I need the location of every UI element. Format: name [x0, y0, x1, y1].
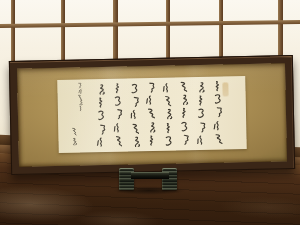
calligraphy-char: [114, 136, 124, 147]
calligraphy-char: [196, 135, 206, 147]
calligraphy-char: [213, 93, 222, 104]
calligraphy-char: [131, 96, 140, 107]
calligraphy-char: [197, 108, 207, 119]
calligraphy-char: [213, 120, 222, 131]
calligraphy-char: [97, 110, 106, 121]
calligraphy-char: [211, 80, 221, 92]
calligraphy-column: [97, 79, 109, 152]
calligraphy-column: [146, 78, 158, 151]
calligraphy-char: [96, 97, 106, 109]
frame-mat: [17, 63, 287, 167]
calligraphy-char: [146, 95, 155, 106]
calligraphy-char: [71, 137, 78, 146]
stand-crossbar: [131, 172, 169, 179]
calligraphy-column: [196, 77, 208, 150]
calligraphy-char: [182, 134, 191, 145]
calligraphy-column: [130, 78, 142, 151]
calligraphy-char: [165, 109, 174, 120]
calligraphy-char: [164, 136, 173, 147]
calligraphy-char: [197, 81, 206, 92]
calligraphy-char: [180, 81, 189, 92]
calligraphy-char: [195, 95, 204, 106]
dedication-column: [77, 79, 88, 113]
calligraphy-char: [113, 95, 123, 106]
calligraphy-char: [98, 123, 108, 135]
calligraphy-char: [162, 122, 172, 134]
calligraphy-char: [147, 108, 157, 119]
calligraphy-char: [71, 127, 78, 135]
calligraphy-char: [78, 105, 84, 111]
calligraphy-char: [129, 109, 139, 121]
calligraphy-char: [113, 122, 122, 133]
calligraphy-char: [214, 133, 224, 144]
shoji-top-rail: [0, 20, 300, 28]
calligraphy-char: [181, 94, 191, 106]
calligraphy-char: [163, 95, 173, 106]
calligraphy-char: [131, 123, 140, 134]
artist-signature: [71, 127, 81, 149]
calligraphy-char: [198, 122, 207, 133]
calligraphy-char: [97, 137, 106, 148]
calligraphy-char: [214, 107, 224, 119]
calligraphy-char: [112, 82, 121, 93]
calligraphy-char: [98, 83, 107, 94]
calligraphy-paper: [57, 76, 246, 153]
calligraphy-column: [213, 77, 225, 150]
calligraphy-char: [147, 81, 157, 93]
calligraphy-column: [163, 78, 175, 151]
calligraphy-column: [180, 77, 192, 150]
calligraphy-char: [180, 121, 190, 132]
photo: [0, 0, 300, 225]
calligraphy-char: [146, 135, 155, 146]
calligraphy-char: [179, 108, 188, 119]
calligraphy-char: [162, 82, 171, 93]
calligraphy-column: [113, 79, 125, 152]
picture-frame: [9, 55, 295, 175]
seal-mark: [222, 82, 228, 96]
calligraphy-char: [115, 109, 124, 120]
calligraphy-char: [130, 83, 140, 94]
calligraphy-char: [148, 122, 157, 133]
calligraphy-char: [132, 136, 142, 148]
